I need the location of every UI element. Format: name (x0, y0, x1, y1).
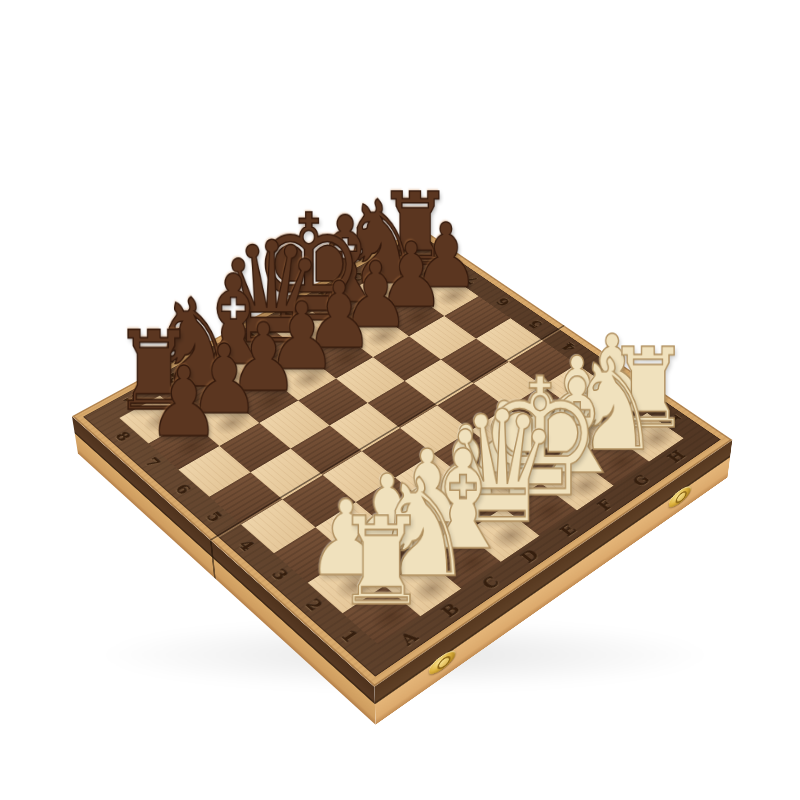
chess-set-photo: AA88BB77CC66DD55EE44FF33GG22HH11♜♞♝♛♚♝♞♜… (0, 0, 800, 800)
chess-board: AA88BB77CC66DD55EE44FF33GG22HH11♜♞♝♛♚♝♞♜… (72, 227, 732, 687)
board-surface: AA88BB77CC66DD55EE44FF33GG22HH11♜♞♝♛♚♝♞♜… (72, 227, 732, 687)
pawn-glyph: ♟ (147, 354, 220, 451)
brass-clasp-icon (668, 482, 692, 511)
rook-glyph: ♜ (336, 501, 428, 623)
fold-seam-side (210, 540, 216, 579)
